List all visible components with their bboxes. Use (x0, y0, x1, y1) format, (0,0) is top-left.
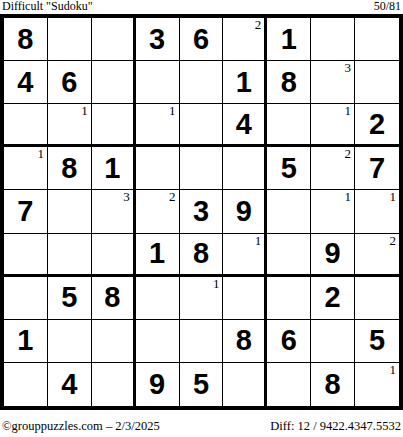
given-digit: 1 (17, 326, 33, 355)
cell-r4c7: 5 (267, 147, 311, 190)
cell-r3c4[interactable]: 1 (136, 104, 180, 147)
pencil-mark: 1 (390, 190, 397, 204)
cell-r8c1: 1 (4, 320, 48, 363)
pencil-mark: 1 (345, 104, 352, 118)
cell-r7c4[interactable] (136, 277, 180, 320)
pencil-mark: 3 (345, 61, 352, 75)
cell-r3c5[interactable] (180, 104, 224, 147)
cell-r5c5: 3 (180, 190, 224, 233)
cell-r2c9[interactable] (355, 61, 399, 104)
cell-r9c6[interactable] (223, 363, 267, 406)
cell-r6c3[interactable] (92, 234, 136, 277)
given-digit: 9 (236, 197, 252, 226)
given-digit: 3 (149, 25, 165, 54)
cell-r6c7[interactable] (267, 234, 311, 277)
cell-r1c2[interactable] (48, 18, 92, 61)
given-digit: 5 (193, 370, 209, 399)
cell-r1c8[interactable] (311, 18, 355, 61)
cell-r5c6: 9 (223, 190, 267, 233)
footer-copyright-date: ©grouppuzzles.com – 2/3/2025 (2, 419, 160, 434)
cell-r2c3[interactable] (92, 61, 136, 104)
cell-r6c4: 1 (136, 234, 180, 277)
cell-r2c5[interactable] (180, 61, 224, 104)
cell-r3c1[interactable] (4, 104, 48, 147)
cell-r1c3[interactable] (92, 18, 136, 61)
cell-r6c8: 9 (311, 234, 355, 277)
cell-r3c3[interactable] (92, 104, 136, 147)
pencil-mark: 2 (255, 18, 262, 32)
header: Difficult "Sudoku" 50/81 (0, 0, 403, 14)
cell-r4c2: 8 (48, 147, 92, 190)
cell-r1c7: 1 (267, 18, 311, 61)
pencil-mark: 2 (169, 190, 176, 204)
given-digit: 8 (325, 370, 341, 399)
sudoku-page: Difficult "Sudoku" 50/81 836214618311412… (0, 0, 403, 437)
cell-r8c9: 5 (355, 320, 399, 363)
cell-r5c2[interactable] (48, 190, 92, 233)
pencil-mark: 1 (390, 363, 397, 377)
given-digit: 8 (17, 25, 33, 54)
cell-r6c6[interactable]: 1 (223, 234, 267, 277)
cell-r6c1[interactable] (4, 234, 48, 277)
given-digit: 3 (193, 197, 209, 226)
pencil-mark: 3 (123, 190, 130, 204)
empty-count: 50/81 (374, 0, 401, 13)
pencil-mark: 1 (345, 190, 352, 204)
cell-r9c4: 9 (136, 363, 180, 406)
cell-r3c6: 4 (223, 104, 267, 147)
given-digit: 6 (193, 25, 209, 54)
given-digit: 5 (61, 283, 77, 312)
cell-r8c6: 8 (223, 320, 267, 363)
cell-r9c3[interactable] (92, 363, 136, 406)
given-digit: 8 (236, 326, 252, 355)
pencil-mark: 1 (37, 147, 44, 161)
cell-r1c1: 8 (4, 18, 48, 61)
given-digit: 4 (61, 370, 77, 399)
cell-r4c1[interactable]: 1 (4, 147, 48, 190)
cell-r7c1[interactable] (4, 277, 48, 320)
given-digit: 2 (325, 283, 341, 312)
given-digit: 1 (281, 25, 297, 54)
cell-r2c1: 4 (4, 61, 48, 104)
cell-r4c4[interactable] (136, 147, 180, 190)
cell-r6c2[interactable] (48, 234, 92, 277)
cell-r1c6[interactable]: 2 (223, 18, 267, 61)
pencil-mark: 2 (390, 234, 397, 248)
cell-r8c8[interactable] (311, 320, 355, 363)
cell-r4c3: 1 (92, 147, 136, 190)
sudoku-grid: 8362146183114121815277323911181925812186… (0, 14, 403, 410)
cell-r8c7: 6 (267, 320, 311, 363)
pencil-mark: 1 (81, 104, 88, 118)
cell-r3c8[interactable]: 1 (311, 104, 355, 147)
cell-r2c7: 8 (267, 61, 311, 104)
footer-difficulty: Diff: 12 / 9422.4347.5532 (270, 419, 401, 434)
cell-r9c9[interactable]: 1 (355, 363, 399, 406)
cell-r6c5: 8 (180, 234, 224, 277)
cell-r8c5[interactable] (180, 320, 224, 363)
given-digit: 6 (61, 68, 77, 97)
cell-r5c3[interactable]: 3 (92, 190, 136, 233)
cell-r5c8[interactable]: 1 (311, 190, 355, 233)
cell-r5c4[interactable]: 2 (136, 190, 180, 233)
cell-r2c4[interactable] (136, 61, 180, 104)
cell-r5c7[interactable] (267, 190, 311, 233)
given-digit: 9 (149, 370, 165, 399)
given-digit: 8 (104, 283, 120, 312)
given-digit: 5 (369, 326, 385, 355)
cell-r2c2: 6 (48, 61, 92, 104)
given-digit: 8 (193, 239, 209, 268)
cell-r4c8[interactable]: 2 (311, 147, 355, 190)
given-digit: 8 (281, 68, 297, 97)
cell-r5c1: 7 (4, 190, 48, 233)
given-digit: 7 (369, 154, 385, 183)
pencil-mark: 2 (345, 147, 352, 161)
page-title: Difficult "Sudoku" (2, 0, 93, 13)
cell-r8c4[interactable] (136, 320, 180, 363)
cell-r9c5: 5 (180, 363, 224, 406)
pencil-mark: 1 (169, 104, 176, 118)
cell-r2c8[interactable]: 3 (311, 61, 355, 104)
cell-r7c6[interactable] (223, 277, 267, 320)
given-digit: 1 (149, 239, 165, 268)
given-digit: 4 (17, 68, 33, 97)
footer: ©grouppuzzles.com – 2/3/2025 Diff: 12 / … (0, 419, 403, 434)
cell-r4c5[interactable] (180, 147, 224, 190)
cell-r3c9: 2 (355, 104, 399, 147)
cell-r4c9: 7 (355, 147, 399, 190)
cell-r7c7[interactable] (267, 277, 311, 320)
pencil-mark: 1 (213, 277, 220, 291)
given-digit: 7 (17, 197, 33, 226)
cell-r9c7[interactable] (267, 363, 311, 406)
given-digit: 5 (281, 154, 297, 183)
cell-r1c9[interactable] (355, 18, 399, 61)
cell-r7c8: 2 (311, 277, 355, 320)
cell-r9c1[interactable] (4, 363, 48, 406)
cell-r9c8: 8 (311, 363, 355, 406)
given-digit: 8 (61, 154, 77, 183)
given-digit: 2 (369, 110, 385, 139)
given-digit: 9 (325, 239, 341, 268)
cell-r6c9[interactable]: 2 (355, 234, 399, 277)
cell-r3c7[interactable] (267, 104, 311, 147)
cell-r7c9[interactable] (355, 277, 399, 320)
cell-r2c6: 1 (223, 61, 267, 104)
given-digit: 1 (236, 68, 252, 97)
cell-r7c2: 5 (48, 277, 92, 320)
cell-r9c2: 4 (48, 363, 92, 406)
given-digit: 1 (104, 154, 120, 183)
cell-r4c6[interactable] (223, 147, 267, 190)
cell-r7c5[interactable]: 1 (180, 277, 224, 320)
pencil-mark: 1 (255, 234, 262, 248)
given-digit: 6 (281, 326, 297, 355)
cell-r1c4: 3 (136, 18, 180, 61)
cell-r3c2[interactable]: 1 (48, 104, 92, 147)
given-digit: 4 (236, 110, 252, 139)
cell-r5c9[interactable]: 1 (355, 190, 399, 233)
cell-r7c3: 8 (92, 277, 136, 320)
cell-r8c3[interactable] (92, 320, 136, 363)
cell-r1c5: 6 (180, 18, 224, 61)
cell-r8c2[interactable] (48, 320, 92, 363)
